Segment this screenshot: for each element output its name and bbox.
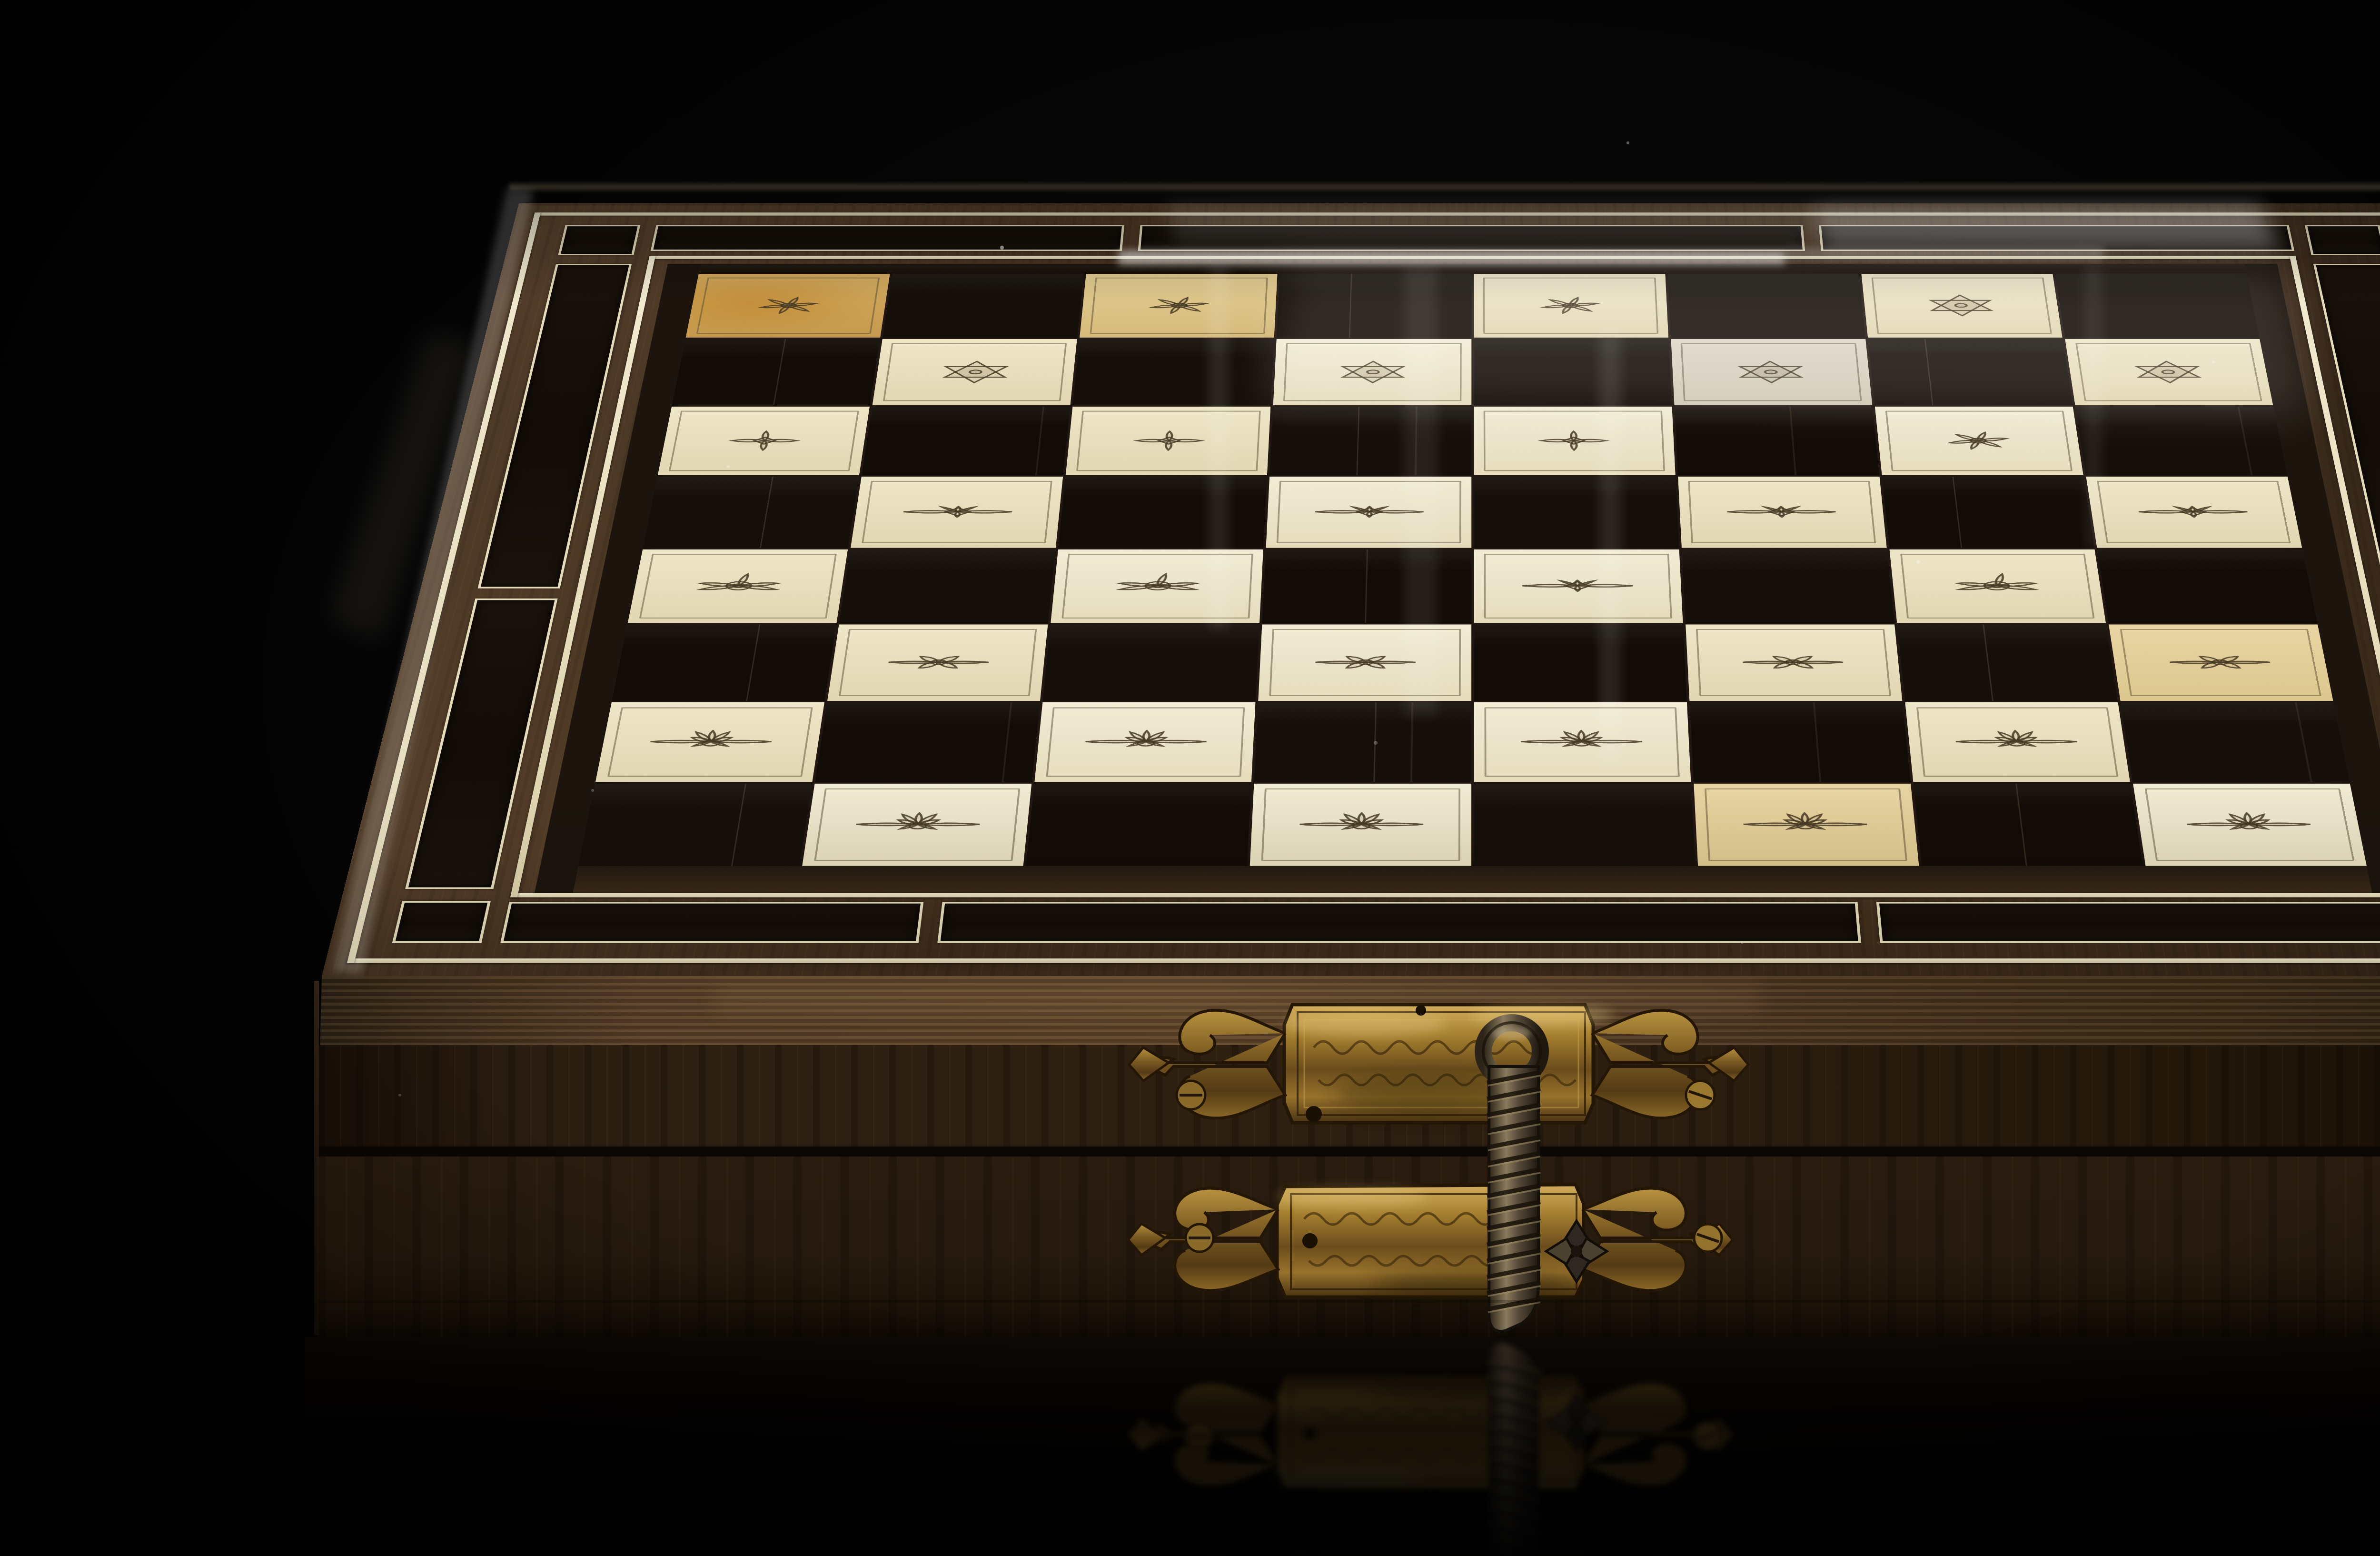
reflection-fade [305,1337,2380,1556]
twisted-hasp [1483,1023,1540,1331]
photo-stage [0,0,2380,1556]
gilt-clasp [1128,1005,1748,1331]
lower-staple-plate [1128,1185,1733,1300]
sheen-highlights [328,184,2380,1015]
upper-hasp-plate [1129,1005,1748,1123]
base-shadow-line [318,1300,2380,1303]
lighting-and-hardware-overlay [0,0,2380,1556]
